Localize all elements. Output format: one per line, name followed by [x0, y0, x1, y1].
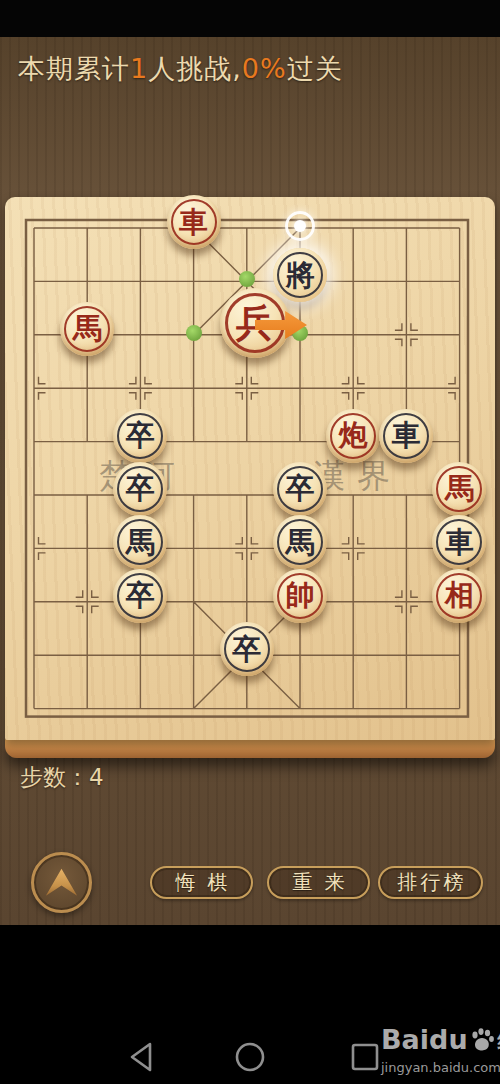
stats-prefix: 本期累计 [18, 53, 130, 84]
baidu-jingyan-logo: Baidu 经验 [381, 1024, 500, 1055]
piece-black-soldier[interactable]: 卒 [273, 462, 327, 516]
status-bar [0, 0, 500, 37]
move-hint-dot[interactable] [239, 271, 255, 287]
nav-home-icon[interactable] [234, 1041, 266, 1073]
stats-middle: 人挑战, [148, 53, 242, 84]
piece-black-general[interactable]: 將 [273, 248, 327, 302]
piece-black-chariot[interactable]: 車 [432, 515, 486, 569]
expand-menu-button[interactable] [31, 852, 92, 913]
android-nav-bar: Baidu 经验 jingyan.baidu.com [0, 925, 500, 1084]
stats-suffix: 过关 [287, 53, 343, 84]
piece-red-general[interactable]: 帥 [273, 569, 327, 623]
piece-grid: 車將馬兵卒炮車卒卒馬馬馬車卒帥相卒 [7, 201, 486, 735]
challenge-stats-text: 本期累计1人挑战,0%过关 [18, 51, 343, 87]
piece-character: 帥 [285, 581, 314, 610]
restart-button[interactable]: 重来 [267, 866, 370, 899]
board-bevel-edge [5, 738, 495, 758]
brand-site-url: jingyan.baidu.com [381, 1060, 500, 1075]
brand-latin: Baidu [381, 1024, 468, 1055]
piece-character: 將 [285, 261, 314, 290]
piece-black-horse[interactable]: 馬 [113, 515, 167, 569]
game-stage: 本期累计1人挑战,0%过关 楚河 漢界 車將馬兵卒炮車卒卒馬馬馬車卒帥相卒 步数… [0, 37, 500, 925]
pass-rate: 0% [242, 53, 287, 84]
piece-black-soldier[interactable]: 卒 [113, 569, 167, 623]
step-counter-value: 4 [89, 764, 104, 790]
challenger-count: 1 [130, 53, 148, 84]
piece-black-soldier[interactable]: 卒 [113, 409, 167, 463]
piece-black-soldier[interactable]: 卒 [220, 622, 274, 676]
piece-character: 車 [445, 528, 474, 557]
nav-back-icon[interactable] [127, 1041, 159, 1073]
piece-character: 卒 [126, 421, 155, 450]
piece-black-chariot[interactable]: 車 [379, 409, 433, 463]
move-origin-marker [285, 211, 315, 241]
piece-character: 馬 [126, 528, 155, 557]
piece-black-horse[interactable]: 馬 [273, 515, 327, 569]
piece-character: 卒 [285, 474, 314, 503]
piece-character: 卒 [126, 474, 155, 503]
nav-recent-icon[interactable] [349, 1041, 381, 1073]
peak-arrow-icon [45, 868, 79, 898]
piece-character: 馬 [285, 528, 314, 557]
piece-red-chariot[interactable]: 車 [167, 195, 221, 249]
step-counter: 步数：4 [20, 762, 104, 793]
piece-red-elephant[interactable]: 相 [432, 569, 486, 623]
piece-red-cannon[interactable]: 炮 [326, 409, 380, 463]
piece-character: 車 [179, 208, 208, 237]
move-hint-dot[interactable] [186, 325, 202, 341]
piece-character: 相 [445, 581, 474, 610]
baidu-paw-icon [469, 1027, 495, 1053]
piece-character: 馬 [73, 314, 102, 343]
piece-character: 車 [392, 421, 421, 450]
leaderboard-button[interactable]: 排行榜 [378, 866, 483, 899]
piece-red-horse[interactable]: 馬 [432, 462, 486, 516]
piece-character: 馬 [445, 474, 474, 503]
piece-character: 卒 [126, 581, 155, 610]
step-counter-label: 步数： [20, 764, 89, 790]
undo-button[interactable]: 悔棋 [150, 866, 253, 899]
xiangqi-board[interactable]: 楚河 漢界 車將馬兵卒炮車卒卒馬馬馬車卒帥相卒 [5, 197, 495, 740]
piece-character: 炮 [339, 421, 368, 450]
piece-red-horse[interactable]: 馬 [60, 302, 114, 356]
app-root: 本期累计1人挑战,0%过关 楚河 漢界 車將馬兵卒炮車卒卒馬馬馬車卒帥相卒 步数… [0, 0, 500, 1084]
piece-black-soldier[interactable]: 卒 [113, 462, 167, 516]
piece-character: 卒 [232, 635, 261, 664]
